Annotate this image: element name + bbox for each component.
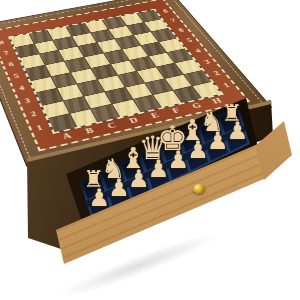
drawer-knob xyxy=(193,184,205,194)
chess-box-photo: ABCDEFGH1122334455667788 ♜♞♝♛♚♝♞♜♟♟♟♟♟♟♟… xyxy=(0,0,300,300)
white-pawn-piece: ♟ xyxy=(225,119,249,143)
